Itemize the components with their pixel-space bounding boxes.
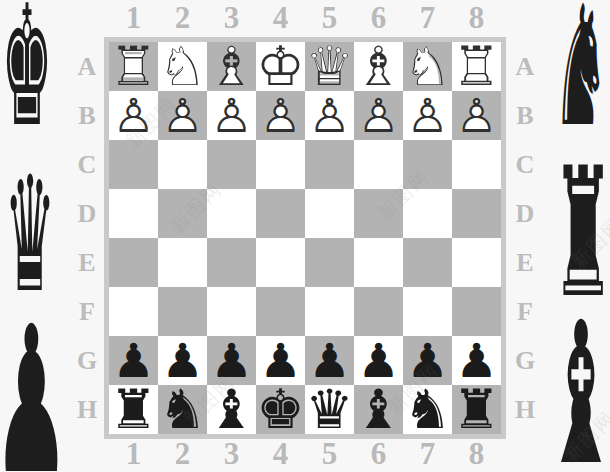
square-B3[interactable]: ♟♙ [207,91,256,140]
piece-fill: ♟ [256,91,305,140]
square-C2[interactable] [158,140,207,189]
row-label-left-B: B [70,91,104,140]
row-label-right-A: A [508,42,542,91]
col-label-top-8: 8 [452,0,501,34]
piece-fill: ♝ [354,42,403,91]
piece-white-pawn: ♙ [403,91,452,140]
square-B6[interactable]: ♟♙ [354,91,403,140]
piece-fill: ♛ [305,42,354,91]
square-D6[interactable] [354,189,403,238]
row-label-right-E: E [508,238,542,287]
square-H6[interactable]: ♝ [354,385,403,434]
piece-black-knight: ♞ [403,385,452,434]
piece-black-pawn: ♟ [354,336,403,385]
piece-black-pawn: ♟ [256,336,305,385]
square-G4[interactable]: ♟ [256,336,305,385]
square-F7[interactable] [403,287,452,336]
chess-diagram: 12345678 12345678 ABCDEFGH ABCDEFGH ♜♖♞♘… [0,0,610,472]
watermark-text: 新图网 [558,406,610,469]
square-A6[interactable]: ♝♗ [354,42,403,91]
board-frame: ♜♖♞♘♝♗♚♔♛♕♝♗♞♘♜♖♟♙♟♙♟♙♟♙♟♙♟♙♟♙♟♙♟♟♟♟♟♟♟♟… [104,37,506,439]
piece-white-bishop: ♗ [207,42,256,91]
column-labels-top: 12345678 [109,0,501,34]
piece-fill: ♟ [158,91,207,140]
piece-white-knight: ♘ [403,42,452,91]
piece-black-pawn: ♟ [452,336,501,385]
col-label-top-2: 2 [158,0,207,34]
square-A3[interactable]: ♝♗ [207,42,256,91]
col-label-top-7: 7 [403,0,452,34]
col-label-bottom-2: 2 [158,436,207,470]
square-D2[interactable] [158,189,207,238]
watermark-text: 新图网 [566,212,610,275]
square-D1[interactable] [109,189,158,238]
piece-fill: ♟ [305,91,354,140]
chess-board: ♜♖♞♘♝♗♚♔♛♕♝♗♞♘♜♖♟♙♟♙♟♙♟♙♟♙♟♙♟♙♟♙♟♟♟♟♟♟♟♟… [109,42,501,434]
col-label-bottom-8: 8 [452,436,501,470]
col-label-bottom-7: 7 [403,436,452,470]
decorative-black-bishop-silhouette: ♝ [565,294,598,472]
row-label-left-E: E [70,238,104,287]
square-C6[interactable] [354,140,403,189]
decorative-black-pawn-silhouette: ♟ [16,308,46,472]
piece-black-king: ♚ [256,385,305,434]
square-C7[interactable] [403,140,452,189]
square-H3[interactable]: ♝ [207,385,256,434]
piece-white-pawn: ♙ [207,91,256,140]
square-G7[interactable]: ♟ [403,336,452,385]
row-label-left-C: C [70,140,104,189]
piece-black-rook: ♜ [452,385,501,434]
row-label-left-D: D [70,189,104,238]
row-label-right-B: B [508,91,542,140]
square-F8[interactable] [452,287,501,336]
square-H4[interactable]: ♚ [256,385,305,434]
square-E3[interactable] [207,238,256,287]
piece-black-pawn: ♟ [207,336,256,385]
square-B5[interactable]: ♟♙ [305,91,354,140]
col-label-top-1: 1 [109,0,158,34]
square-B8[interactable]: ♟♙ [452,91,501,140]
col-label-bottom-6: 6 [354,436,403,470]
square-G2[interactable]: ♟ [158,336,207,385]
square-H8[interactable]: ♜ [452,385,501,434]
square-E2[interactable] [158,238,207,287]
row-label-left-A: A [70,42,104,91]
row-label-right-D: D [508,189,542,238]
row-label-left-H: H [70,385,104,434]
square-A8[interactable]: ♜♖ [452,42,501,91]
col-label-top-6: 6 [354,0,403,34]
square-E1[interactable] [109,238,158,287]
row-label-left-G: G [70,336,104,385]
square-G3[interactable]: ♟ [207,336,256,385]
piece-black-pawn: ♟ [403,336,452,385]
col-label-top-5: 5 [305,0,354,34]
square-D7[interactable] [403,189,452,238]
col-label-bottom-4: 4 [256,436,305,470]
square-A1[interactable]: ♜♖ [109,42,158,91]
square-H5[interactable]: ♛ [305,385,354,434]
piece-fill: ♞ [403,42,452,91]
piece-fill: ♟ [109,91,158,140]
col-label-bottom-5: 5 [305,436,354,470]
piece-white-pawn: ♙ [109,91,158,140]
square-D3[interactable] [207,189,256,238]
piece-white-king: ♔ [256,42,305,91]
square-E8[interactable] [452,238,501,287]
row-label-left-F: F [70,287,104,336]
square-B1[interactable]: ♟♙ [109,91,158,140]
square-A5[interactable]: ♛♕ [305,42,354,91]
col-label-top-4: 4 [256,0,305,34]
square-F3[interactable] [207,287,256,336]
square-F5[interactable] [305,287,354,336]
piece-white-pawn: ♙ [354,91,403,140]
piece-fill: ♚ [256,42,305,91]
piece-fill: ♟ [207,91,256,140]
piece-black-rook: ♜ [109,385,158,434]
square-E4[interactable] [256,238,305,287]
piece-fill: ♜ [452,42,501,91]
piece-white-pawn: ♙ [452,91,501,140]
square-G6[interactable]: ♟ [354,336,403,385]
square-D8[interactable] [452,189,501,238]
square-B7[interactable]: ♟♙ [403,91,452,140]
square-F6[interactable] [354,287,403,336]
piece-black-pawn: ♟ [158,336,207,385]
square-F1[interactable] [109,287,158,336]
piece-white-bishop: ♗ [354,42,403,91]
decorative-black-king-silhouette: ♚ [18,0,37,138]
col-label-bottom-1: 1 [109,436,158,470]
piece-white-knight: ♘ [158,42,207,91]
square-E7[interactable] [403,238,452,287]
column-labels-bottom: 12345678 [109,436,501,470]
square-H7[interactable]: ♞ [403,385,452,434]
row-label-right-F: F [508,287,542,336]
square-H2[interactable]: ♞ [158,385,207,434]
square-F2[interactable] [158,287,207,336]
piece-fill: ♟ [403,91,452,140]
square-C1[interactable] [109,140,158,189]
piece-black-pawn: ♟ [305,336,354,385]
square-C4[interactable] [256,140,305,189]
piece-black-pawn: ♟ [109,336,158,385]
row-label-right-G: G [508,336,542,385]
piece-white-pawn: ♙ [158,91,207,140]
row-labels-right: ABCDEFGH [508,42,542,434]
row-labels-left: ABCDEFGH [70,42,104,434]
square-C5[interactable] [305,140,354,189]
square-E5[interactable] [305,238,354,287]
piece-white-rook: ♖ [452,42,501,91]
piece-fill: ♝ [207,42,256,91]
piece-fill: ♞ [158,42,207,91]
square-B4[interactable]: ♟♙ [256,91,305,140]
piece-white-rook: ♖ [109,42,158,91]
piece-white-queen: ♕ [305,42,354,91]
square-C3[interactable] [207,140,256,189]
piece-white-pawn: ♙ [256,91,305,140]
col-label-bottom-3: 3 [207,436,256,470]
piece-fill: ♜ [109,42,158,91]
decorative-black-knight-silhouette: ♞ [570,0,593,138]
decorative-black-rook-silhouette: ♜ [571,158,596,308]
decorative-black-queen-silhouette: ♛ [21,169,40,300]
square-F4[interactable] [256,287,305,336]
square-H1[interactable]: ♜ [109,385,158,434]
piece-fill: ♟ [452,91,501,140]
piece-black-bishop: ♝ [354,385,403,434]
row-label-right-C: C [508,140,542,189]
square-A2[interactable]: ♞♘ [158,42,207,91]
piece-black-bishop: ♝ [207,385,256,434]
square-B2[interactable]: ♟♙ [158,91,207,140]
col-label-top-3: 3 [207,0,256,34]
square-D4[interactable] [256,189,305,238]
piece-fill: ♟ [354,91,403,140]
square-C8[interactable] [452,140,501,189]
row-label-right-H: H [508,385,542,434]
square-G1[interactable]: ♟ [109,336,158,385]
square-G5[interactable]: ♟ [305,336,354,385]
square-A7[interactable]: ♞♘ [403,42,452,91]
piece-black-queen: ♛ [305,385,354,434]
piece-white-pawn: ♙ [305,91,354,140]
square-G8[interactable]: ♟ [452,336,501,385]
square-E6[interactable] [354,238,403,287]
square-D5[interactable] [305,189,354,238]
square-A4[interactable]: ♚♔ [256,42,305,91]
piece-black-knight: ♞ [158,385,207,434]
